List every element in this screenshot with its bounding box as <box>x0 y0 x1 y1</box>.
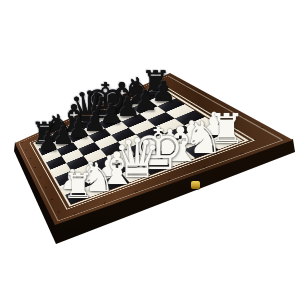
piece-black-pawn[interactable]: ♟ <box>37 130 59 155</box>
chess-set-photo: ♜♞♝♛♚♝♞♜♟♟♟♟♟♟♟♟♟♟♟♟♟♟♟♟♜♞♝♛♚♝♞♜ <box>0 0 300 300</box>
piece-white-rook[interactable]: ♜ <box>63 170 94 205</box>
brass-latch-icon <box>191 181 200 189</box>
